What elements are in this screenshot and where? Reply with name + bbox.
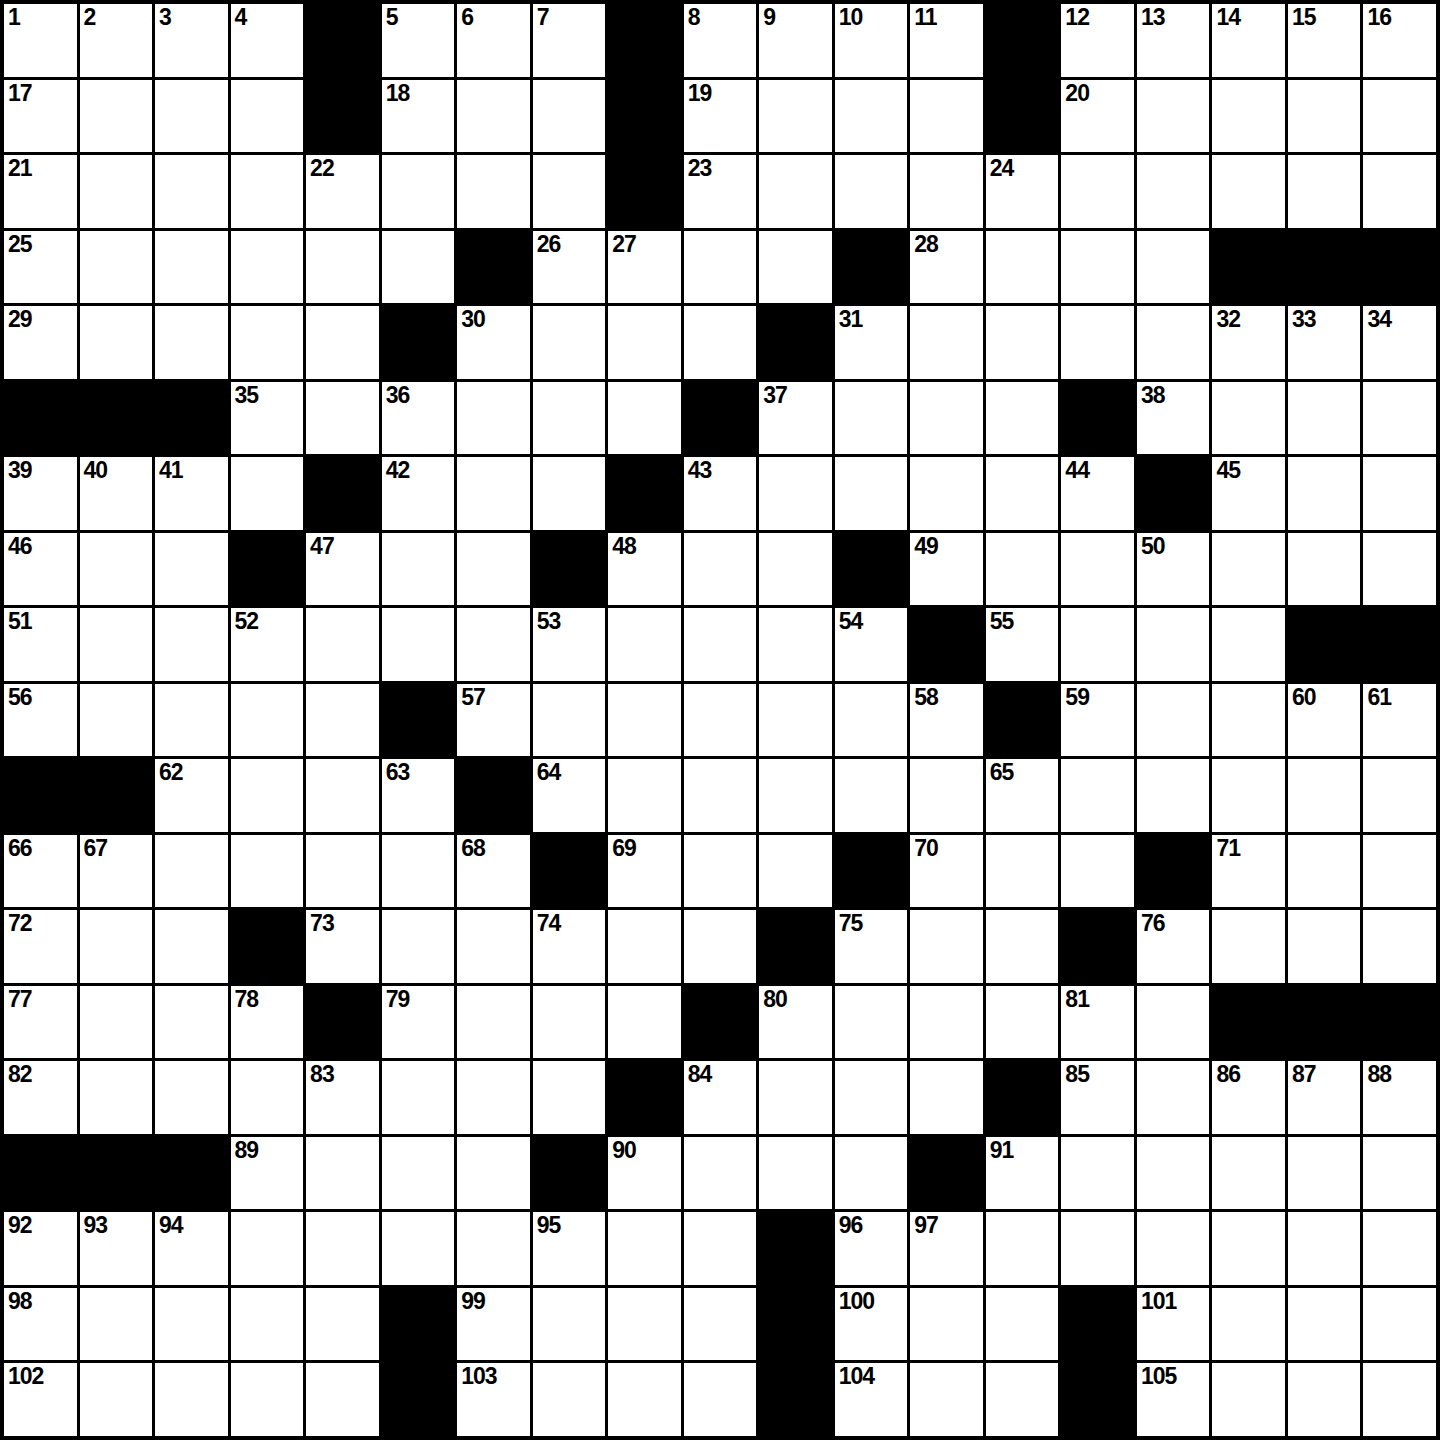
crossword-cell[interactable] bbox=[910, 306, 983, 379]
crossword-cell[interactable] bbox=[986, 910, 1059, 983]
crossword-cell[interactable] bbox=[231, 1061, 304, 1134]
crossword-cell[interactable]: 36 bbox=[382, 382, 455, 455]
crossword-cell[interactable]: 57 bbox=[457, 684, 530, 757]
crossword-cell[interactable]: 67 bbox=[80, 835, 153, 908]
crossword-cell[interactable] bbox=[986, 1212, 1059, 1285]
crossword-cell[interactable] bbox=[231, 231, 304, 304]
crossword-cell[interactable] bbox=[608, 759, 681, 832]
crossword-cell[interactable] bbox=[80, 1363, 153, 1436]
crossword-cell[interactable]: 91 bbox=[986, 1137, 1059, 1210]
crossword-cell[interactable] bbox=[608, 986, 681, 1059]
crossword-cell[interactable]: 35 bbox=[231, 382, 304, 455]
crossword-cell[interactable] bbox=[1363, 759, 1436, 832]
crossword-cell[interactable] bbox=[1363, 910, 1436, 983]
crossword-cell[interactable] bbox=[306, 382, 379, 455]
crossword-cell[interactable] bbox=[1212, 80, 1285, 153]
crossword-cell[interactable]: 49 bbox=[910, 533, 983, 606]
crossword-cell[interactable]: 23 bbox=[684, 155, 757, 228]
crossword-cell[interactable] bbox=[155, 155, 228, 228]
crossword-cell[interactable] bbox=[306, 1288, 379, 1361]
crossword-cell[interactable]: 27 bbox=[608, 231, 681, 304]
crossword-cell[interactable] bbox=[80, 80, 153, 153]
crossword-cell[interactable] bbox=[1363, 533, 1436, 606]
crossword-cell[interactable] bbox=[1363, 835, 1436, 908]
crossword-cell[interactable] bbox=[759, 1061, 832, 1134]
crossword-cell[interactable]: 14 bbox=[1212, 4, 1285, 77]
crossword-cell[interactable] bbox=[986, 382, 1059, 455]
crossword-cell[interactable] bbox=[684, 684, 757, 757]
crossword-cell[interactable] bbox=[1061, 533, 1134, 606]
crossword-cell[interactable] bbox=[1137, 1061, 1210, 1134]
crossword-cell[interactable]: 103 bbox=[457, 1363, 530, 1436]
crossword-cell[interactable]: 10 bbox=[835, 4, 908, 77]
crossword-cell[interactable]: 22 bbox=[306, 155, 379, 228]
crossword-cell[interactable]: 65 bbox=[986, 759, 1059, 832]
crossword-cell[interactable]: 82 bbox=[4, 1061, 77, 1134]
crossword-cell[interactable] bbox=[306, 835, 379, 908]
crossword-cell[interactable] bbox=[1288, 1363, 1361, 1436]
crossword-cell[interactable]: 76 bbox=[1137, 910, 1210, 983]
crossword-cell[interactable] bbox=[382, 1212, 455, 1285]
crossword-cell[interactable]: 3 bbox=[155, 4, 228, 77]
crossword-cell[interactable] bbox=[1363, 1137, 1436, 1210]
crossword-cell[interactable]: 52 bbox=[231, 608, 304, 681]
crossword-cell[interactable]: 47 bbox=[306, 533, 379, 606]
crossword-cell[interactable]: 45 bbox=[1212, 457, 1285, 530]
crossword-cell[interactable] bbox=[231, 155, 304, 228]
crossword-cell[interactable] bbox=[306, 1212, 379, 1285]
crossword-cell[interactable]: 9 bbox=[759, 4, 832, 77]
crossword-cell[interactable] bbox=[1288, 910, 1361, 983]
crossword-cell[interactable]: 93 bbox=[80, 1212, 153, 1285]
crossword-cell[interactable]: 85 bbox=[1061, 1061, 1134, 1134]
crossword-cell[interactable]: 64 bbox=[533, 759, 606, 832]
crossword-cell[interactable]: 5 bbox=[382, 4, 455, 77]
crossword-cell[interactable]: 6 bbox=[457, 4, 530, 77]
crossword-cell[interactable] bbox=[457, 457, 530, 530]
crossword-cell[interactable] bbox=[759, 835, 832, 908]
crossword-cell[interactable] bbox=[608, 608, 681, 681]
crossword-cell[interactable] bbox=[382, 231, 455, 304]
crossword-cell[interactable] bbox=[1288, 1137, 1361, 1210]
crossword-cell[interactable]: 24 bbox=[986, 155, 1059, 228]
crossword-cell[interactable] bbox=[684, 1363, 757, 1436]
crossword-cell[interactable] bbox=[457, 533, 530, 606]
crossword-cell[interactable] bbox=[1061, 835, 1134, 908]
crossword-cell[interactable] bbox=[457, 382, 530, 455]
crossword-cell[interactable] bbox=[155, 1061, 228, 1134]
crossword-cell[interactable]: 1 bbox=[4, 4, 77, 77]
crossword-cell[interactable]: 84 bbox=[684, 1061, 757, 1134]
crossword-cell[interactable]: 38 bbox=[1137, 382, 1210, 455]
crossword-cell[interactable]: 78 bbox=[231, 986, 304, 1059]
crossword-cell[interactable]: 8 bbox=[684, 4, 757, 77]
crossword-cell[interactable] bbox=[457, 910, 530, 983]
crossword-cell[interactable] bbox=[1363, 1363, 1436, 1436]
crossword-cell[interactable]: 54 bbox=[835, 608, 908, 681]
crossword-cell[interactable] bbox=[910, 1288, 983, 1361]
crossword-cell[interactable] bbox=[1212, 382, 1285, 455]
crossword-cell[interactable] bbox=[231, 306, 304, 379]
crossword-cell[interactable] bbox=[1137, 1137, 1210, 1210]
crossword-cell[interactable]: 59 bbox=[1061, 684, 1134, 757]
crossword-cell[interactable] bbox=[1288, 1288, 1361, 1361]
crossword-cell[interactable]: 104 bbox=[835, 1363, 908, 1436]
crossword-cell[interactable] bbox=[457, 80, 530, 153]
crossword-cell[interactable] bbox=[1212, 1363, 1285, 1436]
crossword-cell[interactable] bbox=[231, 457, 304, 530]
crossword-cell[interactable]: 39 bbox=[4, 457, 77, 530]
crossword-cell[interactable]: 68 bbox=[457, 835, 530, 908]
crossword-cell[interactable] bbox=[1137, 231, 1210, 304]
crossword-cell[interactable]: 95 bbox=[533, 1212, 606, 1285]
crossword-cell[interactable] bbox=[1061, 1137, 1134, 1210]
crossword-cell[interactable] bbox=[457, 155, 530, 228]
crossword-cell[interactable] bbox=[608, 684, 681, 757]
crossword-cell[interactable] bbox=[1288, 457, 1361, 530]
crossword-cell[interactable] bbox=[759, 684, 832, 757]
crossword-cell[interactable] bbox=[231, 1363, 304, 1436]
crossword-cell[interactable]: 48 bbox=[608, 533, 681, 606]
crossword-cell[interactable]: 16 bbox=[1363, 4, 1436, 77]
crossword-cell[interactable] bbox=[608, 306, 681, 379]
crossword-cell[interactable] bbox=[835, 457, 908, 530]
crossword-cell[interactable] bbox=[80, 1288, 153, 1361]
crossword-cell[interactable] bbox=[1288, 155, 1361, 228]
crossword-cell[interactable] bbox=[1137, 1212, 1210, 1285]
crossword-cell[interactable]: 51 bbox=[4, 608, 77, 681]
crossword-cell[interactable] bbox=[80, 684, 153, 757]
crossword-cell[interactable] bbox=[80, 608, 153, 681]
crossword-cell[interactable] bbox=[1061, 1212, 1134, 1285]
crossword-cell[interactable] bbox=[1061, 231, 1134, 304]
crossword-cell[interactable] bbox=[155, 910, 228, 983]
crossword-cell[interactable] bbox=[533, 382, 606, 455]
crossword-cell[interactable] bbox=[608, 1288, 681, 1361]
crossword-cell[interactable] bbox=[759, 608, 832, 681]
crossword-cell[interactable] bbox=[306, 759, 379, 832]
crossword-cell[interactable] bbox=[1212, 1137, 1285, 1210]
crossword-cell[interactable]: 50 bbox=[1137, 533, 1210, 606]
crossword-cell[interactable] bbox=[80, 533, 153, 606]
crossword-cell[interactable] bbox=[457, 1212, 530, 1285]
crossword-cell[interactable] bbox=[1212, 608, 1285, 681]
crossword-cell[interactable] bbox=[80, 155, 153, 228]
crossword-cell[interactable] bbox=[231, 684, 304, 757]
crossword-cell[interactable] bbox=[155, 80, 228, 153]
crossword-cell[interactable] bbox=[155, 533, 228, 606]
crossword-cell[interactable]: 11 bbox=[910, 4, 983, 77]
crossword-cell[interactable] bbox=[759, 1137, 832, 1210]
crossword-cell[interactable] bbox=[759, 457, 832, 530]
crossword-cell[interactable] bbox=[835, 759, 908, 832]
crossword-cell[interactable] bbox=[533, 1363, 606, 1436]
crossword-cell[interactable] bbox=[533, 1288, 606, 1361]
crossword-cell[interactable] bbox=[306, 1363, 379, 1436]
crossword-cell[interactable] bbox=[1212, 910, 1285, 983]
crossword-cell[interactable] bbox=[910, 382, 983, 455]
crossword-cell[interactable] bbox=[1288, 1212, 1361, 1285]
crossword-cell[interactable] bbox=[1363, 1212, 1436, 1285]
crossword-cell[interactable] bbox=[835, 1061, 908, 1134]
crossword-cell[interactable]: 18 bbox=[382, 80, 455, 153]
crossword-cell[interactable] bbox=[910, 155, 983, 228]
crossword-cell[interactable] bbox=[382, 533, 455, 606]
crossword-cell[interactable] bbox=[533, 80, 606, 153]
crossword-cell[interactable]: 56 bbox=[4, 684, 77, 757]
crossword-cell[interactable]: 88 bbox=[1363, 1061, 1436, 1134]
crossword-cell[interactable] bbox=[986, 306, 1059, 379]
crossword-cell[interactable] bbox=[1137, 986, 1210, 1059]
crossword-cell[interactable] bbox=[684, 608, 757, 681]
crossword-cell[interactable]: 2 bbox=[80, 4, 153, 77]
crossword-cell[interactable] bbox=[1288, 80, 1361, 153]
crossword-cell[interactable]: 55 bbox=[986, 608, 1059, 681]
crossword-cell[interactable] bbox=[1212, 155, 1285, 228]
crossword-cell[interactable] bbox=[231, 80, 304, 153]
crossword-cell[interactable]: 96 bbox=[835, 1212, 908, 1285]
crossword-cell[interactable] bbox=[759, 759, 832, 832]
crossword-cell[interactable] bbox=[1137, 155, 1210, 228]
crossword-cell[interactable] bbox=[1061, 155, 1134, 228]
crossword-cell[interactable]: 77 bbox=[4, 986, 77, 1059]
crossword-cell[interactable] bbox=[533, 155, 606, 228]
crossword-cell[interactable] bbox=[759, 155, 832, 228]
crossword-cell[interactable] bbox=[1212, 684, 1285, 757]
crossword-cell[interactable]: 13 bbox=[1137, 4, 1210, 77]
crossword-cell[interactable]: 25 bbox=[4, 231, 77, 304]
crossword-cell[interactable]: 90 bbox=[608, 1137, 681, 1210]
crossword-cell[interactable] bbox=[382, 1137, 455, 1210]
crossword-cell[interactable] bbox=[306, 1137, 379, 1210]
crossword-cell[interactable] bbox=[306, 306, 379, 379]
crossword-cell[interactable]: 40 bbox=[80, 457, 153, 530]
crossword-cell[interactable] bbox=[457, 608, 530, 681]
crossword-cell[interactable] bbox=[1363, 155, 1436, 228]
crossword-cell[interactable] bbox=[1137, 608, 1210, 681]
crossword-cell[interactable] bbox=[155, 986, 228, 1059]
crossword-cell[interactable] bbox=[1288, 533, 1361, 606]
crossword-cell[interactable] bbox=[986, 1288, 1059, 1361]
crossword-cell[interactable]: 70 bbox=[910, 835, 983, 908]
crossword-cell[interactable]: 75 bbox=[835, 910, 908, 983]
crossword-cell[interactable]: 87 bbox=[1288, 1061, 1361, 1134]
crossword-cell[interactable] bbox=[1288, 835, 1361, 908]
crossword-cell[interactable] bbox=[80, 306, 153, 379]
crossword-cell[interactable] bbox=[910, 759, 983, 832]
crossword-cell[interactable] bbox=[533, 684, 606, 757]
crossword-cell[interactable]: 99 bbox=[457, 1288, 530, 1361]
crossword-cell[interactable]: 42 bbox=[382, 457, 455, 530]
crossword-cell[interactable] bbox=[835, 155, 908, 228]
crossword-cell[interactable] bbox=[684, 1288, 757, 1361]
crossword-cell[interactable]: 15 bbox=[1288, 4, 1361, 77]
crossword-cell[interactable] bbox=[231, 835, 304, 908]
crossword-cell[interactable] bbox=[835, 382, 908, 455]
crossword-cell[interactable]: 63 bbox=[382, 759, 455, 832]
crossword-cell[interactable] bbox=[1363, 1288, 1436, 1361]
crossword-cell[interactable]: 4 bbox=[231, 4, 304, 77]
crossword-cell[interactable] bbox=[910, 1363, 983, 1436]
crossword-cell[interactable]: 69 bbox=[608, 835, 681, 908]
crossword-cell[interactable] bbox=[1363, 382, 1436, 455]
crossword-cell[interactable] bbox=[382, 155, 455, 228]
crossword-cell[interactable]: 81 bbox=[1061, 986, 1134, 1059]
crossword-cell[interactable]: 31 bbox=[835, 306, 908, 379]
crossword-cell[interactable] bbox=[1212, 1212, 1285, 1285]
crossword-cell[interactable]: 44 bbox=[1061, 457, 1134, 530]
crossword-cell[interactable] bbox=[80, 986, 153, 1059]
crossword-cell[interactable] bbox=[155, 1363, 228, 1436]
crossword-cell[interactable] bbox=[155, 835, 228, 908]
crossword-cell[interactable] bbox=[835, 986, 908, 1059]
crossword-cell[interactable]: 19 bbox=[684, 80, 757, 153]
crossword-cell[interactable] bbox=[684, 1137, 757, 1210]
crossword-cell[interactable] bbox=[1137, 306, 1210, 379]
crossword-cell[interactable] bbox=[533, 986, 606, 1059]
crossword-cell[interactable] bbox=[533, 306, 606, 379]
crossword-cell[interactable] bbox=[457, 1061, 530, 1134]
crossword-cell[interactable] bbox=[1061, 759, 1134, 832]
crossword-cell[interactable] bbox=[1288, 382, 1361, 455]
crossword-cell[interactable] bbox=[457, 986, 530, 1059]
crossword-cell[interactable]: 61 bbox=[1363, 684, 1436, 757]
crossword-cell[interactable] bbox=[684, 910, 757, 983]
crossword-cell[interactable] bbox=[155, 231, 228, 304]
crossword-cell[interactable]: 30 bbox=[457, 306, 530, 379]
crossword-cell[interactable] bbox=[684, 759, 757, 832]
crossword-cell[interactable]: 43 bbox=[684, 457, 757, 530]
crossword-cell[interactable] bbox=[835, 684, 908, 757]
crossword-cell[interactable] bbox=[1212, 533, 1285, 606]
crossword-cell[interactable] bbox=[231, 1288, 304, 1361]
crossword-cell[interactable] bbox=[986, 533, 1059, 606]
crossword-cell[interactable] bbox=[1137, 684, 1210, 757]
crossword-cell[interactable]: 72 bbox=[4, 910, 77, 983]
crossword-cell[interactable] bbox=[910, 986, 983, 1059]
crossword-cell[interactable] bbox=[608, 1363, 681, 1436]
crossword-cell[interactable]: 94 bbox=[155, 1212, 228, 1285]
crossword-cell[interactable] bbox=[986, 986, 1059, 1059]
crossword-cell[interactable] bbox=[684, 306, 757, 379]
crossword-cell[interactable] bbox=[1061, 306, 1134, 379]
crossword-cell[interactable]: 100 bbox=[835, 1288, 908, 1361]
crossword-cell[interactable] bbox=[986, 1363, 1059, 1436]
crossword-cell[interactable] bbox=[231, 759, 304, 832]
crossword-cell[interactable] bbox=[155, 1288, 228, 1361]
crossword-cell[interactable]: 28 bbox=[910, 231, 983, 304]
crossword-cell[interactable] bbox=[1363, 457, 1436, 530]
crossword-cell[interactable]: 102 bbox=[4, 1363, 77, 1436]
crossword-cell[interactable] bbox=[910, 910, 983, 983]
crossword-cell[interactable]: 26 bbox=[533, 231, 606, 304]
crossword-cell[interactable] bbox=[382, 1061, 455, 1134]
crossword-cell[interactable]: 83 bbox=[306, 1061, 379, 1134]
crossword-cell[interactable] bbox=[1137, 759, 1210, 832]
crossword-cell[interactable]: 97 bbox=[910, 1212, 983, 1285]
crossword-cell[interactable]: 53 bbox=[533, 608, 606, 681]
crossword-cell[interactable] bbox=[382, 835, 455, 908]
crossword-cell[interactable] bbox=[684, 231, 757, 304]
crossword-cell[interactable] bbox=[759, 231, 832, 304]
crossword-cell[interactable] bbox=[382, 608, 455, 681]
crossword-cell[interactable]: 17 bbox=[4, 80, 77, 153]
crossword-cell[interactable] bbox=[533, 457, 606, 530]
crossword-cell[interactable] bbox=[986, 231, 1059, 304]
crossword-cell[interactable] bbox=[608, 910, 681, 983]
crossword-cell[interactable] bbox=[759, 533, 832, 606]
crossword-cell[interactable] bbox=[608, 1212, 681, 1285]
crossword-cell[interactable]: 73 bbox=[306, 910, 379, 983]
crossword-cell[interactable] bbox=[155, 608, 228, 681]
crossword-cell[interactable] bbox=[910, 80, 983, 153]
crossword-cell[interactable]: 29 bbox=[4, 306, 77, 379]
crossword-cell[interactable] bbox=[80, 1061, 153, 1134]
crossword-cell[interactable] bbox=[1137, 80, 1210, 153]
crossword-cell[interactable]: 98 bbox=[4, 1288, 77, 1361]
crossword-cell[interactable] bbox=[231, 1212, 304, 1285]
crossword-cell[interactable] bbox=[306, 684, 379, 757]
crossword-cell[interactable] bbox=[608, 382, 681, 455]
crossword-cell[interactable]: 74 bbox=[533, 910, 606, 983]
crossword-cell[interactable] bbox=[457, 1137, 530, 1210]
crossword-cell[interactable] bbox=[910, 1061, 983, 1134]
crossword-cell[interactable] bbox=[1212, 759, 1285, 832]
crossword-cell[interactable] bbox=[533, 1061, 606, 1134]
crossword-cell[interactable] bbox=[382, 910, 455, 983]
crossword-cell[interactable] bbox=[1363, 80, 1436, 153]
crossword-cell[interactable] bbox=[306, 608, 379, 681]
crossword-cell[interactable]: 21 bbox=[4, 155, 77, 228]
crossword-cell[interactable]: 34 bbox=[1363, 306, 1436, 379]
crossword-cell[interactable]: 20 bbox=[1061, 80, 1134, 153]
crossword-cell[interactable] bbox=[1288, 759, 1361, 832]
crossword-cell[interactable]: 37 bbox=[759, 382, 832, 455]
crossword-cell[interactable] bbox=[986, 835, 1059, 908]
crossword-cell[interactable]: 12 bbox=[1061, 4, 1134, 77]
crossword-cell[interactable] bbox=[80, 231, 153, 304]
crossword-cell[interactable]: 33 bbox=[1288, 306, 1361, 379]
crossword-cell[interactable]: 89 bbox=[231, 1137, 304, 1210]
crossword-cell[interactable] bbox=[835, 1137, 908, 1210]
crossword-cell[interactable]: 105 bbox=[1137, 1363, 1210, 1436]
crossword-cell[interactable]: 7 bbox=[533, 4, 606, 77]
crossword-cell[interactable]: 101 bbox=[1137, 1288, 1210, 1361]
crossword-cell[interactable] bbox=[155, 306, 228, 379]
crossword-cell[interactable]: 80 bbox=[759, 986, 832, 1059]
crossword-cell[interactable] bbox=[684, 533, 757, 606]
crossword-cell[interactable]: 92 bbox=[4, 1212, 77, 1285]
crossword-cell[interactable]: 71 bbox=[1212, 835, 1285, 908]
crossword-cell[interactable]: 79 bbox=[382, 986, 455, 1059]
crossword-cell[interactable] bbox=[986, 457, 1059, 530]
crossword-cell[interactable] bbox=[684, 835, 757, 908]
crossword-cell[interactable] bbox=[835, 80, 908, 153]
crossword-cell[interactable]: 58 bbox=[910, 684, 983, 757]
crossword-cell[interactable] bbox=[910, 457, 983, 530]
crossword-cell[interactable] bbox=[80, 910, 153, 983]
crossword-cell[interactable] bbox=[155, 684, 228, 757]
crossword-cell[interactable]: 60 bbox=[1288, 684, 1361, 757]
crossword-cell[interactable]: 66 bbox=[4, 835, 77, 908]
crossword-cell[interactable]: 41 bbox=[155, 457, 228, 530]
crossword-cell[interactable] bbox=[306, 231, 379, 304]
crossword-cell[interactable] bbox=[1212, 1288, 1285, 1361]
crossword-cell[interactable] bbox=[1061, 608, 1134, 681]
crossword-cell[interactable]: 86 bbox=[1212, 1061, 1285, 1134]
crossword-cell[interactable] bbox=[759, 80, 832, 153]
crossword-cell[interactable] bbox=[684, 1212, 757, 1285]
